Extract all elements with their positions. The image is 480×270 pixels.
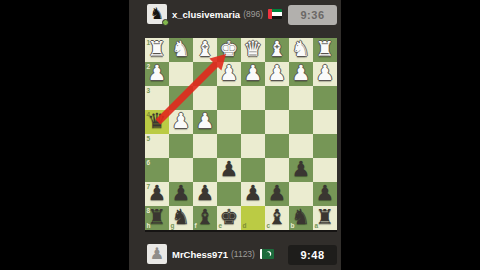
pakistan-flag-icon xyxy=(260,249,274,259)
square-c7[interactable]: ♟ xyxy=(265,182,289,206)
black-bishop-f8[interactable]: ♝ xyxy=(196,207,215,228)
letterboxed-video-frame: { "game": "chess", "screen": "live chess… xyxy=(0,0,480,270)
square-a2[interactable]: ♟ xyxy=(313,62,337,86)
chess-app-content: ♞ x_clusivemaria (896) 9:36 1♜♞♝♚♛♝♞♜2♟♟… xyxy=(129,0,341,270)
square-h3[interactable]: 3 xyxy=(145,86,169,110)
white-pawn-b2[interactable]: ♟ xyxy=(292,63,311,84)
white-king-e1[interactable]: ♚ xyxy=(220,39,239,60)
white-pawn-h2[interactable]: ♟ xyxy=(148,63,167,84)
square-b3[interactable] xyxy=(289,86,313,110)
square-e6[interactable]: ♟ xyxy=(217,158,241,182)
square-g2[interactable] xyxy=(169,62,193,86)
rank-label-3: 3 xyxy=(147,88,151,95)
top-player-name[interactable]: x_clusivemaria xyxy=(172,9,240,20)
square-c8[interactable]: c♝ xyxy=(265,206,289,230)
square-f3[interactable] xyxy=(193,86,217,110)
black-pawn-g7[interactable]: ♟ xyxy=(172,183,191,204)
square-h4[interactable]: 4♛ xyxy=(145,110,169,134)
square-g4[interactable]: ♟ xyxy=(169,110,193,134)
square-f1[interactable]: ♝ xyxy=(193,38,217,62)
bottom-player-name[interactable]: MrChess971 xyxy=(172,249,228,260)
black-pawn-h7[interactable]: ♟ xyxy=(148,183,167,204)
square-b5[interactable] xyxy=(289,134,313,158)
black-pawn-e6[interactable]: ♟ xyxy=(220,159,239,180)
square-a3[interactable] xyxy=(313,86,337,110)
square-f5[interactable] xyxy=(193,134,217,158)
black-knight-g8[interactable]: ♞ xyxy=(172,207,191,228)
square-c5[interactable] xyxy=(265,134,289,158)
square-d8[interactable]: d xyxy=(241,206,265,230)
square-g5[interactable] xyxy=(169,134,193,158)
black-knight-b8[interactable]: ♞ xyxy=(292,207,311,228)
top-player-rating: (896) xyxy=(243,9,263,19)
square-d2[interactable]: ♟ xyxy=(241,62,265,86)
square-b6[interactable]: ♟ xyxy=(289,158,313,182)
square-g3[interactable] xyxy=(169,86,193,110)
square-g7[interactable]: ♟ xyxy=(169,182,193,206)
black-king-e8[interactable]: ♚ xyxy=(220,207,239,228)
square-c2[interactable]: ♟ xyxy=(265,62,289,86)
square-b2[interactable]: ♟ xyxy=(289,62,313,86)
white-pawn-a2[interactable]: ♟ xyxy=(316,63,335,84)
top-player-clock: 9:36 xyxy=(288,5,337,25)
square-h2[interactable]: 2♟ xyxy=(145,62,169,86)
square-d6[interactable] xyxy=(241,158,265,182)
bottom-player-avatar[interactable]: ♟ xyxy=(147,244,167,264)
square-b4[interactable] xyxy=(289,110,313,134)
black-pawn-d7[interactable]: ♟ xyxy=(244,183,263,204)
square-a8[interactable]: a♜ xyxy=(313,206,337,230)
square-b8[interactable]: b♞ xyxy=(289,206,313,230)
square-g1[interactable]: ♞ xyxy=(169,38,193,62)
white-rook-a1[interactable]: ♜ xyxy=(316,39,335,60)
top-player-row: ♞ x_clusivemaria (896) xyxy=(147,4,282,24)
square-e5[interactable] xyxy=(217,134,241,158)
bottom-player-rating: (1123) xyxy=(231,249,255,259)
white-bishop-f1[interactable]: ♝ xyxy=(196,39,215,60)
square-e7[interactable] xyxy=(217,182,241,206)
square-f8[interactable]: f♝ xyxy=(193,206,217,230)
black-rook-a8[interactable]: ♜ xyxy=(316,207,335,228)
square-h5[interactable]: 5 xyxy=(145,134,169,158)
square-d1[interactable]: ♛ xyxy=(241,38,265,62)
square-e4[interactable] xyxy=(217,110,241,134)
square-e3[interactable] xyxy=(217,86,241,110)
square-a4[interactable] xyxy=(313,110,337,134)
white-knight-b1[interactable]: ♞ xyxy=(292,39,311,60)
uae-flag-icon xyxy=(268,9,282,19)
square-h8[interactable]: 8h♜ xyxy=(145,206,169,230)
square-h7[interactable]: 7♟ xyxy=(145,182,169,206)
square-f6[interactable] xyxy=(193,158,217,182)
square-a1[interactable]: ♜ xyxy=(313,38,337,62)
black-rook-h8[interactable]: ♜ xyxy=(148,207,167,228)
square-d4[interactable] xyxy=(241,110,265,134)
top-player-avatar[interactable]: ♞ xyxy=(147,4,167,24)
square-g8[interactable]: g♞ xyxy=(169,206,193,230)
white-bishop-c1[interactable]: ♝ xyxy=(268,39,287,60)
square-b1[interactable]: ♞ xyxy=(289,38,313,62)
rank-label-5: 5 xyxy=(147,136,151,143)
square-b7[interactable] xyxy=(289,182,313,206)
square-c3[interactable] xyxy=(265,86,289,110)
bottom-player-row: ♟ MrChess971 (1123) xyxy=(147,244,274,264)
white-knight-g1[interactable]: ♞ xyxy=(172,39,191,60)
black-pawn-a7[interactable]: ♟ xyxy=(316,183,335,204)
square-a6[interactable] xyxy=(313,158,337,182)
square-a5[interactable] xyxy=(313,134,337,158)
square-d3[interactable] xyxy=(241,86,265,110)
square-h6[interactable]: 6 xyxy=(145,158,169,182)
black-pawn-f7[interactable]: ♟ xyxy=(196,183,215,204)
black-pawn-c7[interactable]: ♟ xyxy=(268,183,287,204)
square-f7[interactable]: ♟ xyxy=(193,182,217,206)
black-pawn-b6[interactable]: ♟ xyxy=(292,159,311,180)
rank-label-6: 6 xyxy=(147,160,151,167)
square-f4[interactable]: ♟ xyxy=(193,110,217,134)
white-pawn-f4[interactable]: ♟ xyxy=(196,111,215,132)
white-rook-h1[interactable]: ♜ xyxy=(148,39,167,60)
white-pawn-e2[interactable]: ♟ xyxy=(220,63,239,84)
square-d5[interactable] xyxy=(241,134,265,158)
white-queen-d1[interactable]: ♛ xyxy=(244,39,263,60)
square-c6[interactable] xyxy=(265,158,289,182)
square-a7[interactable]: ♟ xyxy=(313,182,337,206)
square-e1[interactable]: ♚ xyxy=(217,38,241,62)
square-c1[interactable]: ♝ xyxy=(265,38,289,62)
file-label-d: d xyxy=(243,223,247,230)
square-d7[interactable]: ♟ xyxy=(241,182,265,206)
white-pawn-g4[interactable]: ♟ xyxy=(172,111,191,132)
bottom-player-clock: 9:48 xyxy=(288,245,337,265)
black-queen-h4[interactable]: ♛ xyxy=(148,111,167,132)
black-bishop-c8[interactable]: ♝ xyxy=(268,207,287,228)
square-c4[interactable] xyxy=(265,110,289,134)
white-pawn-d2[interactable]: ♟ xyxy=(244,63,263,84)
square-e8[interactable]: e♚ xyxy=(217,206,241,230)
chess-board: 1♜♞♝♚♛♝♞♜2♟♟♟♟♟♟34♛♟♟56♟♟7♟♟♟♟♟♟8h♜g♞f♝e… xyxy=(145,38,337,230)
online-status-dot xyxy=(162,19,169,26)
square-g6[interactable] xyxy=(169,158,193,182)
pawn-avatar-icon: ♟ xyxy=(150,246,164,262)
white-pawn-c2[interactable]: ♟ xyxy=(268,63,287,84)
square-h1[interactable]: 1♜ xyxy=(145,38,169,62)
square-e2[interactable]: ♟ xyxy=(217,62,241,86)
square-f2[interactable] xyxy=(193,62,217,86)
